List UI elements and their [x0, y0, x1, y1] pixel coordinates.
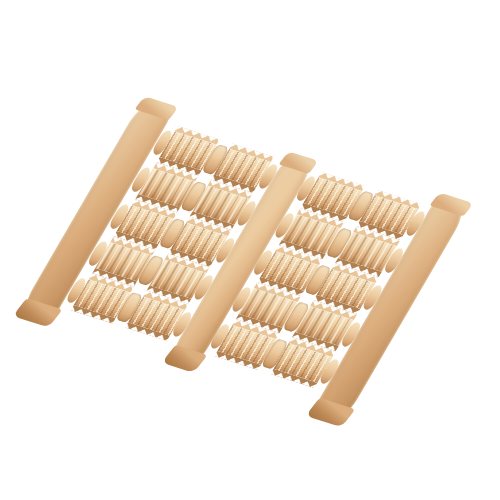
- foot-massage-roller: [33, 112, 461, 399]
- product-photo: [0, 0, 500, 500]
